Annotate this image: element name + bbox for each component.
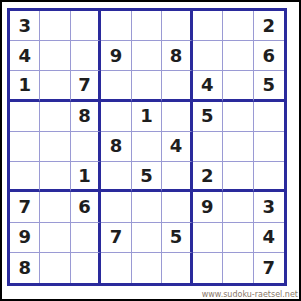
- cell-r5c7[interactable]: [193, 132, 223, 162]
- cell-r9c8[interactable]: [223, 253, 253, 283]
- cell-r9c2[interactable]: [40, 253, 70, 283]
- cell-r8c7[interactable]: [193, 223, 223, 253]
- cell-r8c1[interactable]: 9: [10, 223, 40, 253]
- cell-r2c5[interactable]: [132, 41, 162, 71]
- cell-r5c3[interactable]: [71, 132, 101, 162]
- cell-r2c3[interactable]: [71, 41, 101, 71]
- cell-r2c4[interactable]: 9: [101, 41, 131, 71]
- cell-r8c9[interactable]: 4: [254, 223, 284, 253]
- cell-r9c6[interactable]: [162, 253, 192, 283]
- cell-r4c4[interactable]: [101, 102, 131, 132]
- cell-r1c4[interactable]: [101, 11, 131, 41]
- cell-r4c3[interactable]: 8: [71, 102, 101, 132]
- cell-r4c8[interactable]: [223, 102, 253, 132]
- cell-r1c9[interactable]: 2: [254, 11, 284, 41]
- cell-r3c7[interactable]: 4: [193, 71, 223, 101]
- cell-r1c8[interactable]: [223, 11, 253, 41]
- cell-r6c7[interactable]: 2: [193, 162, 223, 192]
- cell-r7c9[interactable]: 3: [254, 192, 284, 222]
- cell-r4c1[interactable]: [10, 102, 40, 132]
- cell-r3c2[interactable]: [40, 71, 70, 101]
- cell-r3c1[interactable]: 1: [10, 71, 40, 101]
- sudoku-screenshot: 3249861745815841527693975487 www.sudoku-…: [0, 0, 301, 301]
- cell-r8c8[interactable]: [223, 223, 253, 253]
- cell-r9c3[interactable]: [71, 253, 101, 283]
- cell-r3c4[interactable]: [101, 71, 131, 101]
- cell-r3c6[interactable]: [162, 71, 192, 101]
- cell-r1c5[interactable]: [132, 11, 162, 41]
- cell-r7c5[interactable]: [132, 192, 162, 222]
- cell-r7c8[interactable]: [223, 192, 253, 222]
- cell-r6c8[interactable]: [223, 162, 253, 192]
- cell-r6c6[interactable]: [162, 162, 192, 192]
- cell-r5c5[interactable]: [132, 132, 162, 162]
- cell-r3c5[interactable]: [132, 71, 162, 101]
- cell-r1c3[interactable]: [71, 11, 101, 41]
- cell-r9c9[interactable]: 7: [254, 253, 284, 283]
- cell-r5c8[interactable]: [223, 132, 253, 162]
- cell-r6c9[interactable]: [254, 162, 284, 192]
- cell-r2c8[interactable]: [223, 41, 253, 71]
- cell-r4c5[interactable]: 1: [132, 102, 162, 132]
- cell-r2c9[interactable]: 6: [254, 41, 284, 71]
- cell-r3c8[interactable]: [223, 71, 253, 101]
- cell-r9c4[interactable]: [101, 253, 131, 283]
- cell-r2c1[interactable]: 4: [10, 41, 40, 71]
- cell-r5c4[interactable]: 8: [101, 132, 131, 162]
- cell-r4c6[interactable]: [162, 102, 192, 132]
- cell-r5c6[interactable]: 4: [162, 132, 192, 162]
- cell-r8c2[interactable]: [40, 223, 70, 253]
- cell-r6c5[interactable]: 5: [132, 162, 162, 192]
- cell-r5c9[interactable]: [254, 132, 284, 162]
- cell-r8c5[interactable]: [132, 223, 162, 253]
- cell-r7c1[interactable]: 7: [10, 192, 40, 222]
- cell-r7c2[interactable]: [40, 192, 70, 222]
- cell-r3c3[interactable]: 7: [71, 71, 101, 101]
- cell-r2c6[interactable]: 8: [162, 41, 192, 71]
- cell-r4c9[interactable]: [254, 102, 284, 132]
- cell-r7c3[interactable]: 6: [71, 192, 101, 222]
- cell-r1c6[interactable]: [162, 11, 192, 41]
- cell-r6c1[interactable]: [10, 162, 40, 192]
- cell-r3c9[interactable]: 5: [254, 71, 284, 101]
- cell-r9c7[interactable]: [193, 253, 223, 283]
- cell-r6c4[interactable]: [101, 162, 131, 192]
- cell-r8c3[interactable]: [71, 223, 101, 253]
- cell-r1c1[interactable]: 3: [10, 11, 40, 41]
- cell-r6c2[interactable]: [40, 162, 70, 192]
- cell-r2c7[interactable]: [193, 41, 223, 71]
- cell-r9c5[interactable]: [132, 253, 162, 283]
- cell-r2c2[interactable]: [40, 41, 70, 71]
- cell-r5c1[interactable]: [10, 132, 40, 162]
- sudoku-board: 3249861745815841527693975487: [7, 8, 287, 286]
- cell-r7c4[interactable]: [101, 192, 131, 222]
- cell-r7c7[interactable]: 9: [193, 192, 223, 222]
- cell-r7c6[interactable]: [162, 192, 192, 222]
- cell-r1c2[interactable]: [40, 11, 70, 41]
- cell-r5c2[interactable]: [40, 132, 70, 162]
- cell-r8c4[interactable]: 7: [101, 223, 131, 253]
- cell-r8c6[interactable]: 5: [162, 223, 192, 253]
- cell-r4c7[interactable]: 5: [193, 102, 223, 132]
- cell-r4c2[interactable]: [40, 102, 70, 132]
- source-url-text: www.sudoku-raetsel.net: [202, 290, 298, 299]
- cell-r9c1[interactable]: 8: [10, 253, 40, 283]
- cell-r6c3[interactable]: 1: [71, 162, 101, 192]
- cell-r1c7[interactable]: [193, 11, 223, 41]
